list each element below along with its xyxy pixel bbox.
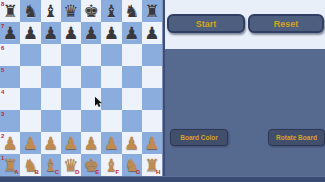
panel-bottom-section [165, 49, 325, 176]
piece-white-pawn: ♟ [101, 132, 121, 154]
square-f5[interactable] [101, 66, 121, 88]
piece-white-pawn: ♟ [142, 132, 162, 154]
rank-label-1: 1 [1, 155, 4, 161]
piece-black-pawn: ♟ [20, 22, 40, 44]
square-c6[interactable] [41, 44, 61, 66]
square-e6[interactable] [81, 44, 101, 66]
square-d2[interactable]: ♟ [61, 132, 81, 154]
square-b8[interactable]: ♞ [20, 0, 40, 22]
square-f4[interactable] [101, 88, 121, 110]
square-b6[interactable] [20, 44, 40, 66]
piece-black-bishop: ♝ [101, 0, 121, 22]
square-e2[interactable]: ♟ [81, 132, 101, 154]
board-color-button[interactable]: Board Color [170, 129, 228, 146]
square-g4[interactable] [122, 88, 142, 110]
square-h8[interactable]: ♜ [142, 0, 162, 22]
square-g2[interactable]: ♟ [122, 132, 142, 154]
square-h4[interactable] [142, 88, 162, 110]
piece-black-pawn: ♟ [122, 22, 142, 44]
square-c4[interactable] [41, 88, 61, 110]
chess-app-window: ♜♞♝♛♚♝♞♜♟♟♟♟♟♟♟♟♟♟♟♟♟♟♟♟♜♞♝♛♚♝♞♜ 8765432… [0, 0, 325, 182]
square-f3[interactable] [101, 110, 121, 132]
file-label-f: F [116, 169, 120, 175]
square-g3[interactable] [122, 110, 142, 132]
piece-white-pawn: ♟ [81, 132, 101, 154]
square-b4[interactable] [20, 88, 40, 110]
piece-black-king: ♚ [81, 0, 101, 22]
piece-white-pawn: ♟ [20, 132, 40, 154]
file-label-d: D [75, 169, 79, 175]
piece-black-pawn: ♟ [142, 22, 162, 44]
piece-white-pawn: ♟ [61, 132, 81, 154]
square-e3[interactable] [81, 110, 101, 132]
square-g6[interactable] [122, 44, 142, 66]
file-label-g: G [136, 169, 141, 175]
rank-label-4: 4 [1, 89, 4, 95]
piece-black-pawn: ♟ [101, 22, 121, 44]
square-c2[interactable]: ♟ [41, 132, 61, 154]
square-b5[interactable] [20, 66, 40, 88]
square-f8[interactable]: ♝ [101, 0, 121, 22]
file-label-h: H [156, 169, 160, 175]
piece-black-pawn: ♟ [41, 22, 61, 44]
piece-black-knight: ♞ [122, 0, 142, 22]
control-panel: Start Reset Board Color Rotate Board [162, 0, 325, 176]
file-label-e: E [95, 169, 99, 175]
piece-black-pawn: ♟ [61, 22, 81, 44]
square-d6[interactable] [61, 44, 81, 66]
square-e8[interactable]: ♚ [81, 0, 101, 22]
piece-black-bishop: ♝ [41, 0, 61, 22]
file-label-b: B [35, 169, 39, 175]
piece-black-knight: ♞ [20, 0, 40, 22]
piece-white-pawn: ♟ [122, 132, 142, 154]
reset-button[interactable]: Reset [248, 14, 324, 33]
square-f6[interactable] [101, 44, 121, 66]
start-button[interactable]: Start [167, 14, 245, 33]
square-d5[interactable] [61, 66, 81, 88]
square-f7[interactable]: ♟ [101, 22, 121, 44]
piece-black-queen: ♛ [61, 0, 81, 22]
piece-black-rook: ♜ [142, 0, 162, 22]
panel-divider [162, 0, 165, 176]
file-label-a: A [14, 169, 18, 175]
rank-label-7: 7 [1, 23, 4, 29]
square-b2[interactable]: ♟ [20, 132, 40, 154]
file-label-c: C [55, 169, 59, 175]
square-c7[interactable]: ♟ [41, 22, 61, 44]
square-h5[interactable] [142, 66, 162, 88]
square-h2[interactable]: ♟ [142, 132, 162, 154]
rank-label-6: 6 [1, 45, 4, 51]
square-g8[interactable]: ♞ [122, 0, 142, 22]
square-h3[interactable] [142, 110, 162, 132]
chess-board: ♜♞♝♛♚♝♞♜♟♟♟♟♟♟♟♟♟♟♟♟♟♟♟♟♜♞♝♛♚♝♞♜ [0, 0, 162, 176]
piece-black-pawn: ♟ [81, 22, 101, 44]
square-g7[interactable]: ♟ [122, 22, 142, 44]
square-b3[interactable] [20, 110, 40, 132]
square-d4[interactable] [61, 88, 81, 110]
square-c5[interactable] [41, 66, 61, 88]
square-c3[interactable] [41, 110, 61, 132]
rank-label-2: 2 [1, 133, 4, 139]
rank-label-3: 3 [1, 111, 4, 117]
square-e5[interactable] [81, 66, 101, 88]
square-g5[interactable] [122, 66, 142, 88]
square-h7[interactable]: ♟ [142, 22, 162, 44]
rank-label-5: 5 [1, 67, 4, 73]
square-b7[interactable]: ♟ [20, 22, 40, 44]
square-h6[interactable] [142, 44, 162, 66]
square-d8[interactable]: ♛ [61, 0, 81, 22]
square-c8[interactable]: ♝ [41, 0, 61, 22]
square-d7[interactable]: ♟ [61, 22, 81, 44]
bottom-bar [0, 176, 325, 182]
square-d3[interactable] [61, 110, 81, 132]
square-f2[interactable]: ♟ [101, 132, 121, 154]
piece-white-pawn: ♟ [41, 132, 61, 154]
square-e7[interactable]: ♟ [81, 22, 101, 44]
square-e4[interactable] [81, 88, 101, 110]
rank-label-8: 8 [1, 1, 4, 7]
rotate-board-button[interactable]: Rotate Board [268, 129, 325, 146]
